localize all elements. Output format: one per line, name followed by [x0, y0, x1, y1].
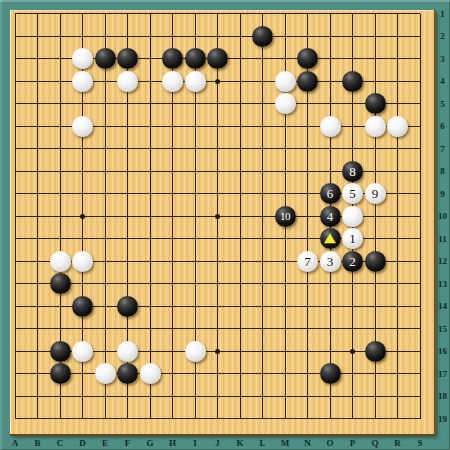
- white-stone: [275, 93, 296, 114]
- move-number: 2: [349, 255, 356, 268]
- black-stone: [50, 273, 71, 294]
- white-stone: 9: [365, 183, 386, 204]
- col-label-Q: Q: [371, 437, 378, 449]
- move-number: 8: [349, 165, 356, 178]
- white-stone: [72, 71, 93, 92]
- move-number: 5: [349, 187, 356, 200]
- white-stone: [117, 71, 138, 92]
- black-stone: [297, 71, 318, 92]
- move-number: 3: [327, 255, 334, 268]
- black-stone: [365, 341, 386, 362]
- col-label-K: K: [236, 437, 243, 449]
- move-number: 1: [349, 232, 356, 245]
- row-label-13: 13: [436, 279, 449, 289]
- white-stone: [95, 363, 116, 384]
- grid-line-horizontal: [15, 328, 420, 329]
- black-stone: [117, 296, 138, 317]
- row-label-18: 18: [436, 391, 449, 401]
- star-point: [350, 349, 355, 354]
- col-label-E: E: [102, 437, 108, 449]
- white-stone: [387, 116, 408, 137]
- black-stone: [320, 228, 341, 249]
- row-label-11: 11: [436, 234, 449, 244]
- row-label-5: 5: [436, 99, 449, 109]
- white-stone: [185, 71, 206, 92]
- col-label-D: D: [79, 437, 86, 449]
- grid-line-horizontal: [15, 373, 420, 374]
- col-label-J: J: [215, 437, 220, 449]
- row-label-16: 16: [436, 346, 449, 356]
- move-number: 7: [304, 255, 311, 268]
- grid-line-vertical: [397, 14, 398, 419]
- star-point: [215, 349, 220, 354]
- triangle-marker: [324, 233, 336, 243]
- col-label-A: A: [12, 437, 19, 449]
- star-point: [80, 214, 85, 219]
- row-label-10: 10: [436, 211, 449, 221]
- white-stone: 3: [320, 251, 341, 272]
- row-label-12: 12: [436, 256, 449, 266]
- row-label-15: 15: [436, 324, 449, 334]
- row-label-7: 7: [436, 144, 449, 154]
- white-stone: 1: [342, 228, 363, 249]
- black-stone: 2: [342, 251, 363, 272]
- black-stone: [365, 251, 386, 272]
- black-stone: 4: [320, 206, 341, 227]
- black-stone: [95, 48, 116, 69]
- col-label-F: F: [125, 437, 131, 449]
- col-label-G: G: [146, 437, 153, 449]
- white-stone: [72, 251, 93, 272]
- row-label-4: 4: [436, 76, 449, 86]
- grid-line-vertical: [262, 14, 263, 419]
- move-number: 6: [327, 187, 334, 200]
- row-label-17: 17: [436, 369, 449, 379]
- row-label-6: 6: [436, 121, 449, 131]
- col-label-H: H: [169, 437, 176, 449]
- white-stone: [72, 48, 93, 69]
- col-label-B: B: [34, 437, 40, 449]
- white-stone: [72, 116, 93, 137]
- black-stone: 6: [320, 183, 341, 204]
- white-stone: [162, 71, 183, 92]
- white-stone: [50, 251, 71, 272]
- row-label-9: 9: [436, 189, 449, 199]
- white-stone: 7: [297, 251, 318, 272]
- black-stone: [342, 71, 363, 92]
- row-label-8: 8: [436, 166, 449, 176]
- col-label-I: I: [193, 437, 197, 449]
- black-stone: [50, 341, 71, 362]
- black-stone: [50, 363, 71, 384]
- black-stone: [72, 296, 93, 317]
- black-stone: [162, 48, 183, 69]
- row-label-2: 2: [436, 31, 449, 41]
- col-label-L: L: [259, 437, 265, 449]
- black-stone: [207, 48, 228, 69]
- white-stone: [275, 71, 296, 92]
- col-label-M: M: [281, 437, 290, 449]
- black-stone: [117, 363, 138, 384]
- row-label-1: 1: [436, 9, 449, 19]
- white-stone: [342, 206, 363, 227]
- move-number: 4: [327, 210, 334, 223]
- white-stone: [72, 341, 93, 362]
- grid-line-horizontal: [15, 283, 420, 284]
- black-stone: 10: [275, 206, 296, 227]
- white-stone: [320, 116, 341, 137]
- black-stone: [365, 93, 386, 114]
- go-diagram: 86591041732 ABCDEFGHIJKLMNOPQRS 12345678…: [0, 0, 450, 450]
- col-label-N: N: [304, 437, 311, 449]
- star-point: [215, 214, 220, 219]
- black-stone: 8: [342, 161, 363, 182]
- grid-line-vertical: [240, 14, 241, 419]
- grid-line-vertical: [420, 14, 421, 419]
- black-stone: [320, 363, 341, 384]
- col-label-S: S: [417, 437, 422, 449]
- black-stone: [297, 48, 318, 69]
- move-number: 10: [280, 211, 290, 222]
- white-stone: [185, 341, 206, 362]
- row-label-3: 3: [436, 54, 449, 64]
- col-label-O: O: [326, 437, 333, 449]
- white-stone: [117, 341, 138, 362]
- col-label-C: C: [57, 437, 64, 449]
- star-point: [215, 79, 220, 84]
- black-stone: [117, 48, 138, 69]
- move-number: 9: [372, 187, 379, 200]
- row-label-14: 14: [436, 301, 449, 311]
- col-label-P: P: [350, 437, 356, 449]
- col-label-R: R: [394, 437, 401, 449]
- grid-line-horizontal: [15, 396, 420, 397]
- go-board[interactable]: 86591041732: [10, 10, 436, 436]
- white-stone: [365, 116, 386, 137]
- black-stone: [185, 48, 206, 69]
- white-stone: [140, 363, 161, 384]
- grid-line-horizontal: [15, 418, 420, 419]
- black-stone: [252, 26, 273, 47]
- row-label-19: 19: [436, 414, 449, 424]
- white-stone: 5: [342, 183, 363, 204]
